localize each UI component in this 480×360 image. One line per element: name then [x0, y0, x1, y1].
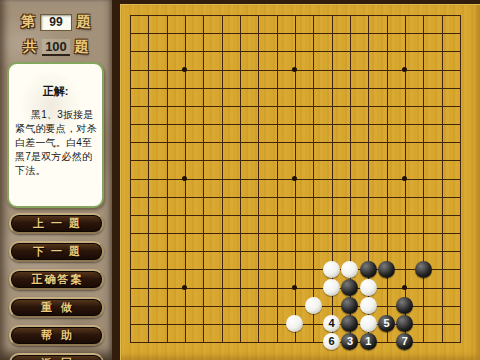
- button-label: 上一題: [33, 216, 87, 231]
- button-label: 重做: [41, 300, 81, 315]
- white-stone: [360, 279, 377, 296]
- board-grid[interactable]: 456317: [121, 6, 469, 351]
- star-point: [402, 176, 407, 181]
- move-number: 6: [329, 336, 335, 347]
- star-point: [292, 176, 297, 181]
- total-count: 100: [42, 39, 70, 56]
- black-stone-numbered: 3: [341, 333, 358, 350]
- star-point: [182, 176, 187, 181]
- sidebar: 第 題 共 100 題 正解: 黑1、3扳接是紧气的要点，对杀白差一气。白4至黑…: [0, 0, 113, 360]
- star-point: [292, 285, 297, 290]
- star-point: [292, 67, 297, 72]
- prev-problem-button[interactable]: 上一題: [9, 213, 104, 234]
- white-stone-numbered: 6: [323, 333, 340, 350]
- star-point: [182, 285, 187, 290]
- move-number: 3: [347, 336, 353, 347]
- solution-panel: 正解: 黑1、3扳接是紧气的要点，对杀白差一气。白4至黑7是双方必然的下法。: [7, 62, 104, 208]
- white-stone: [323, 279, 340, 296]
- star-point: [402, 285, 407, 290]
- help-button[interactable]: 帮助: [9, 325, 104, 346]
- move-number: 4: [329, 318, 335, 329]
- move-number: 5: [384, 318, 390, 329]
- next-problem-button[interactable]: 下一題: [9, 241, 104, 262]
- black-stone: [360, 261, 377, 278]
- problem-label-prefix: 第: [21, 13, 35, 31]
- button-label: 下一題: [33, 244, 87, 259]
- button-label: 返回: [41, 356, 81, 360]
- total-label-suffix: 題: [75, 38, 89, 56]
- star-point: [182, 67, 187, 72]
- black-stone-numbered: 1: [360, 333, 377, 350]
- star-point: [402, 67, 407, 72]
- white-stone: [323, 261, 340, 278]
- button-stack: 上一題下一題正确答案重做帮助返回: [9, 213, 104, 360]
- back-button[interactable]: 返回: [9, 353, 104, 360]
- correct-answer-button[interactable]: 正确答案: [9, 269, 104, 290]
- total-label-prefix: 共: [23, 38, 37, 56]
- total-problems-row: 共 100 題: [0, 38, 112, 56]
- problem-label-suffix: 題: [77, 13, 91, 31]
- problem-number-input[interactable]: [40, 14, 72, 31]
- grid-lines: [130, 15, 461, 343]
- black-stone-numbered: 7: [396, 333, 413, 350]
- go-board[interactable]: 456317: [112, 0, 480, 360]
- black-stone: [378, 261, 395, 278]
- white-stone: [305, 297, 322, 314]
- black-stone: [415, 261, 432, 278]
- white-stone: [360, 297, 377, 314]
- solution-heading: 正解:: [9, 84, 102, 99]
- problem-number-row: 第 題: [0, 13, 112, 31]
- move-number: 1: [365, 336, 371, 347]
- button-label: 帮助: [41, 328, 81, 343]
- button-label: 正确答案: [32, 272, 84, 287]
- redo-button[interactable]: 重做: [9, 297, 104, 318]
- move-number: 7: [402, 336, 408, 347]
- white-stone: [360, 315, 377, 332]
- solution-text: 黑1、3扳接是紧气的要点，对杀白差一气。白4至黑7是双方必然的下法。: [15, 108, 97, 178]
